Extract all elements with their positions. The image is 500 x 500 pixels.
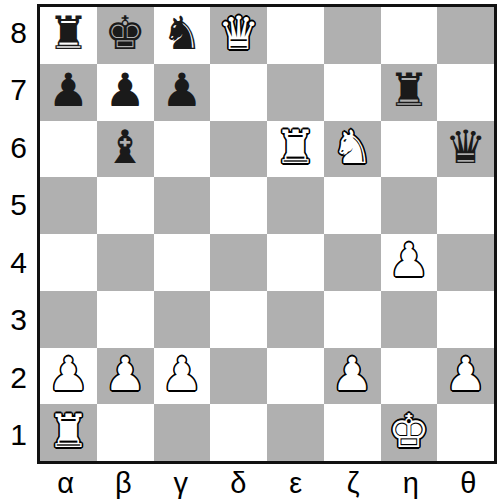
white-pawn-icon: ♟: [48, 351, 89, 397]
rank-label-2: 2: [0, 349, 37, 407]
square-c1[interactable]: [154, 404, 211, 461]
square-g5[interactable]: [381, 177, 438, 234]
square-a1[interactable]: ♜: [40, 404, 97, 461]
square-e4[interactable]: [267, 234, 324, 291]
square-d1[interactable]: [210, 404, 267, 461]
square-e8[interactable]: [267, 7, 324, 64]
square-g4[interactable]: ♟: [381, 234, 438, 291]
black-rook-icon: ♜: [388, 67, 429, 113]
square-a3[interactable]: [40, 291, 97, 348]
file-label-b: β: [95, 463, 153, 500]
square-c4[interactable]: [154, 234, 211, 291]
square-f1[interactable]: [324, 404, 381, 461]
square-b1[interactable]: [97, 404, 154, 461]
white-queen-icon: ♛: [218, 10, 259, 56]
square-e7[interactable]: [267, 64, 324, 121]
black-pawn-icon: ♟: [105, 67, 146, 113]
square-h8[interactable]: [437, 7, 494, 64]
square-f2[interactable]: ♟: [324, 348, 381, 405]
black-pawn-icon: ♟: [48, 67, 89, 113]
square-b6[interactable]: ♝: [97, 121, 154, 178]
black-knight-icon: ♞: [161, 10, 202, 56]
white-king-icon: ♚: [388, 408, 429, 454]
square-e6[interactable]: ♜: [267, 121, 324, 178]
square-e1[interactable]: [267, 404, 324, 461]
square-e5[interactable]: [267, 177, 324, 234]
square-f3[interactable]: [324, 291, 381, 348]
square-h4[interactable]: [437, 234, 494, 291]
black-rook-icon: ♜: [48, 10, 89, 56]
board: ♜♚♞♛♟♟♟♜♝♜♞♛♟♟♟♟♟♟♜♚: [37, 4, 497, 464]
square-b7[interactable]: ♟: [97, 64, 154, 121]
square-b8[interactable]: ♚: [97, 7, 154, 64]
square-f5[interactable]: [324, 177, 381, 234]
white-pawn-icon: ♟: [388, 237, 429, 283]
square-c2[interactable]: ♟: [154, 348, 211, 405]
square-g3[interactable]: [381, 291, 438, 348]
square-g7[interactable]: ♜: [381, 64, 438, 121]
white-pawn-icon: ♟: [161, 351, 202, 397]
square-a6[interactable]: [40, 121, 97, 178]
square-b2[interactable]: ♟: [97, 348, 154, 405]
white-pawn-icon: ♟: [105, 351, 146, 397]
square-f6[interactable]: ♞: [324, 121, 381, 178]
square-c5[interactable]: [154, 177, 211, 234]
square-c8[interactable]: ♞: [154, 7, 211, 64]
square-a7[interactable]: ♟: [40, 64, 97, 121]
square-e3[interactable]: [267, 291, 324, 348]
black-bishop-icon: ♝: [105, 124, 146, 170]
square-b3[interactable]: [97, 291, 154, 348]
square-d6[interactable]: [210, 121, 267, 178]
square-h2[interactable]: ♟: [437, 348, 494, 405]
square-a2[interactable]: ♟: [40, 348, 97, 405]
rank-label-7: 7: [0, 62, 37, 120]
black-pawn-icon: ♟: [161, 67, 202, 113]
square-h6[interactable]: ♛: [437, 121, 494, 178]
square-d5[interactable]: [210, 177, 267, 234]
white-rook-icon: ♜: [48, 408, 89, 454]
rank-label-8: 8: [0, 4, 37, 62]
square-d2[interactable]: [210, 348, 267, 405]
file-label-e: ε: [267, 463, 325, 500]
square-f4[interactable]: [324, 234, 381, 291]
square-d4[interactable]: [210, 234, 267, 291]
square-d3[interactable]: [210, 291, 267, 348]
square-g2[interactable]: [381, 348, 438, 405]
square-h1[interactable]: [437, 404, 494, 461]
rank-label-4: 4: [0, 234, 37, 292]
square-g6[interactable]: [381, 121, 438, 178]
square-a8[interactable]: ♜: [40, 7, 97, 64]
square-b5[interactable]: [97, 177, 154, 234]
square-f8[interactable]: [324, 7, 381, 64]
square-a4[interactable]: [40, 234, 97, 291]
square-g8[interactable]: [381, 7, 438, 64]
square-d7[interactable]: [210, 64, 267, 121]
file-label-d: δ: [210, 463, 268, 500]
square-c7[interactable]: ♟: [154, 64, 211, 121]
square-c3[interactable]: [154, 291, 211, 348]
white-pawn-icon: ♟: [445, 351, 486, 397]
square-c6[interactable]: [154, 121, 211, 178]
square-b4[interactable]: [97, 234, 154, 291]
square-f7[interactable]: [324, 64, 381, 121]
file-label-a: α: [37, 463, 95, 500]
white-pawn-icon: ♟: [332, 351, 373, 397]
black-king-icon: ♚: [105, 10, 146, 56]
rank-label-6: 6: [0, 119, 37, 177]
file-label-f: ζ: [325, 463, 383, 500]
square-h5[interactable]: [437, 177, 494, 234]
file-label-h: θ: [440, 463, 498, 500]
rank-labels: 87654321: [0, 4, 37, 464]
rank-label-5: 5: [0, 177, 37, 235]
square-g1[interactable]: ♚: [381, 404, 438, 461]
square-h3[interactable]: [437, 291, 494, 348]
square-d8[interactable]: ♛: [210, 7, 267, 64]
rank-label-3: 3: [0, 292, 37, 350]
file-label-c: γ: [152, 463, 210, 500]
chess-diagram-page: 87654321 ♜♚♞♛♟♟♟♜♝♜♞♛♟♟♟♟♟♟♜♚ αβγδεζηθ: [0, 0, 500, 500]
black-queen-icon: ♛: [445, 124, 486, 170]
square-a5[interactable]: [40, 177, 97, 234]
square-h7[interactable]: [437, 64, 494, 121]
file-labels: αβγδεζηθ: [37, 463, 497, 500]
rank-label-1: 1: [0, 407, 37, 465]
white-knight-icon: ♞: [332, 124, 373, 170]
square-e2[interactable]: [267, 348, 324, 405]
file-label-g: η: [382, 463, 440, 500]
white-rook-icon: ♜: [275, 124, 316, 170]
